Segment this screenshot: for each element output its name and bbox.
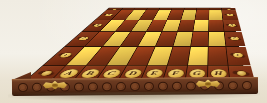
board-square — [209, 20, 224, 31]
rosette-carving — [116, 82, 126, 91]
rosette-carving — [130, 81, 140, 90]
box-shadow — [8, 91, 260, 102]
rosette-carving — [18, 82, 28, 91]
rosette-carving — [172, 81, 182, 90]
rank-label: 4 — [103, 13, 114, 16]
board-square — [173, 32, 192, 46]
rosette-carving — [102, 82, 112, 91]
rosette-carving — [228, 81, 238, 90]
board-square — [178, 20, 195, 31]
rank-label-cell-right: 3 — [223, 20, 241, 31]
rank-label: 1 — [57, 53, 74, 58]
rosette-carving — [158, 81, 168, 90]
rank-label: 3 — [227, 24, 236, 27]
rank-label-cell-right: 2 — [224, 32, 245, 46]
rosette-carving — [144, 81, 154, 90]
rank-label-cell-right: 1 — [226, 46, 250, 65]
rosette-carving — [88, 82, 98, 91]
file-label: D — [121, 69, 143, 79]
corner-medallion — [37, 70, 54, 76]
rosette-carving — [186, 81, 196, 90]
board-square — [195, 10, 209, 19]
rosette-carving — [74, 82, 84, 91]
rank-label: 1 — [232, 53, 244, 58]
rank-label: 4 — [226, 13, 234, 16]
rosette-carving — [32, 82, 42, 91]
board-square — [208, 46, 227, 65]
board-square — [181, 10, 196, 19]
board-perspective-wrap: 44332211ABCDEFGH — [0, 0, 267, 78]
rank-label: 3 — [91, 24, 103, 27]
rank-label-cell-right: 4 — [222, 10, 238, 19]
board-square — [193, 20, 208, 31]
chess-board: 44332211ABCDEFGH — [29, 8, 245, 78]
rank-label: 2 — [76, 36, 90, 40]
photo-background: 44332211ABCDEFGH — [0, 0, 267, 103]
board-square — [209, 32, 226, 46]
rank-label: 2 — [229, 36, 240, 40]
rosette-carving — [242, 80, 252, 89]
board-square — [209, 10, 222, 19]
board-square — [188, 46, 208, 65]
board-square — [191, 32, 208, 46]
corner-medallion — [235, 70, 247, 76]
